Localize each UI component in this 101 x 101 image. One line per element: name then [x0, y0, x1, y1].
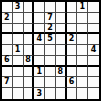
cell-r8c4[interactable] — [34, 77, 45, 88]
given-digit: 1 — [80, 3, 86, 11]
cell-r3c3[interactable] — [24, 24, 35, 35]
cell-r2c3[interactable] — [24, 13, 35, 24]
cell-r2c8[interactable] — [77, 13, 88, 24]
given-digit: 2 — [69, 35, 75, 43]
cell-r4c9[interactable] — [88, 34, 99, 45]
cell-r8c9[interactable] — [88, 77, 99, 88]
cell-r3c9[interactable] — [88, 24, 99, 35]
given-digit: 6 — [4, 56, 10, 64]
cell-r2c1[interactable]: 2 — [2, 13, 13, 24]
cell-r8c5[interactable] — [45, 77, 56, 88]
cell-r3c2[interactable] — [13, 24, 24, 35]
cell-r8c1[interactable]: 7 — [2, 77, 13, 88]
cell-r8c7[interactable]: 6 — [67, 77, 78, 88]
cell-r7c6[interactable]: 8 — [56, 67, 67, 78]
cell-r6c3[interactable]: 8 — [24, 56, 35, 67]
cell-r1c6[interactable] — [56, 2, 67, 13]
given-digit: 3 — [15, 3, 21, 11]
given-digit: 1 — [15, 46, 21, 54]
given-digit: 7 — [47, 14, 53, 22]
cell-r4c2[interactable] — [13, 34, 24, 45]
cell-r1c9[interactable] — [88, 2, 99, 13]
cell-r9c7[interactable] — [67, 88, 78, 99]
cell-r2c2[interactable] — [13, 13, 24, 24]
given-digit: 2 — [47, 24, 53, 32]
cell-r5c9[interactable]: 4 — [88, 45, 99, 56]
cell-r6c8[interactable] — [77, 56, 88, 67]
cell-r1c2[interactable]: 3 — [13, 2, 24, 13]
cell-r9c3[interactable] — [24, 88, 35, 99]
cell-r2c9[interactable] — [88, 13, 99, 24]
cell-r9c6[interactable] — [56, 88, 67, 99]
cell-r5c3[interactable] — [24, 45, 35, 56]
cell-r1c3[interactable] — [24, 2, 35, 13]
given-digit: 3 — [36, 90, 42, 98]
cell-r8c2[interactable] — [13, 77, 24, 88]
cell-r4c3[interactable] — [24, 34, 35, 45]
cell-r7c4[interactable]: 1 — [34, 67, 45, 78]
cell-r6c2[interactable] — [13, 56, 24, 67]
given-digit: 6 — [69, 78, 75, 86]
given-digit: 8 — [25, 56, 31, 64]
cell-r3c1[interactable] — [2, 24, 13, 35]
cell-r6c5[interactable] — [45, 56, 56, 67]
given-digit: 7 — [4, 78, 10, 86]
cell-r9c4[interactable]: 3 — [34, 88, 45, 99]
cell-r9c5[interactable] — [45, 88, 56, 99]
cell-r4c6[interactable] — [56, 34, 67, 45]
given-digit: 4 — [36, 35, 42, 43]
cell-r5c5[interactable] — [45, 45, 56, 56]
cell-r7c1[interactable] — [2, 67, 13, 78]
cell-r9c2[interactable] — [13, 88, 24, 99]
given-digit: 4 — [91, 46, 97, 54]
cell-r3c7[interactable] — [67, 24, 78, 35]
cell-r7c9[interactable] — [88, 67, 99, 78]
given-digit: 2 — [4, 14, 10, 22]
cell-r7c3[interactable] — [24, 67, 35, 78]
cell-r6c1[interactable]: 6 — [2, 56, 13, 67]
cell-r4c4[interactable]: 4 — [34, 34, 45, 45]
cell-r7c5[interactable] — [45, 67, 56, 78]
cell-r6c7[interactable] — [67, 56, 78, 67]
cell-r9c9[interactable] — [88, 88, 99, 99]
cell-r3c5[interactable]: 2 — [45, 24, 56, 35]
cell-r8c3[interactable] — [24, 77, 35, 88]
cell-r1c1[interactable] — [2, 2, 13, 13]
cell-r9c8[interactable] — [77, 88, 88, 99]
given-digit: 5 — [47, 35, 53, 43]
cell-r4c1[interactable] — [2, 34, 13, 45]
given-digit: 1 — [36, 68, 42, 76]
cell-r1c5[interactable] — [45, 2, 56, 13]
cell-r8c8[interactable] — [77, 77, 88, 88]
cell-r6c9[interactable] — [88, 56, 99, 67]
cell-r5c4[interactable] — [34, 45, 45, 56]
cell-r7c2[interactable] — [13, 67, 24, 78]
cell-r5c1[interactable] — [2, 45, 13, 56]
given-digit: 8 — [57, 68, 63, 76]
cell-r7c7[interactable] — [67, 67, 78, 78]
cell-r9c1[interactable] — [2, 88, 13, 99]
cell-r5c7[interactable] — [67, 45, 78, 56]
cell-r8c6[interactable] — [56, 77, 67, 88]
cell-r5c2[interactable]: 1 — [13, 45, 24, 56]
cell-r2c7[interactable] — [67, 13, 78, 24]
cell-r7c8[interactable] — [77, 67, 88, 78]
cell-r4c8[interactable] — [77, 34, 88, 45]
cell-r1c4[interactable] — [34, 2, 45, 13]
cell-r3c4[interactable] — [34, 24, 45, 35]
cell-r2c6[interactable] — [56, 13, 67, 24]
cell-r4c5[interactable]: 5 — [45, 34, 56, 45]
cell-r2c4[interactable] — [34, 13, 45, 24]
cell-r3c6[interactable] — [56, 24, 67, 35]
cell-r5c6[interactable] — [56, 45, 67, 56]
cell-r6c4[interactable] — [34, 56, 45, 67]
cell-r3c8[interactable] — [77, 24, 88, 35]
cell-r4c7[interactable]: 2 — [67, 34, 78, 45]
cell-r2c5[interactable]: 7 — [45, 13, 56, 24]
cell-r6c6[interactable] — [56, 56, 67, 67]
cell-r1c7[interactable] — [67, 2, 78, 13]
cell-r1c8[interactable]: 1 — [77, 2, 88, 13]
sudoku-board: 31272452146818763 — [0, 0, 101, 101]
cell-r5c8[interactable] — [77, 45, 88, 56]
